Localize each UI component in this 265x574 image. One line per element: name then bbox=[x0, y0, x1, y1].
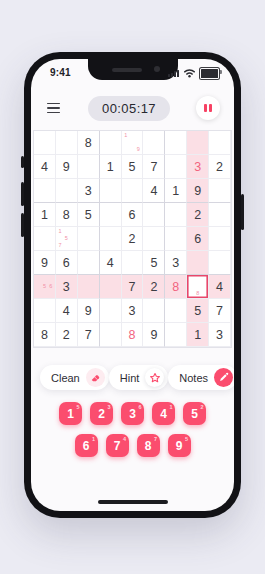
cell-digit: 5 bbox=[129, 160, 136, 174]
cell-digit: 2 bbox=[129, 232, 136, 246]
home-indicator[interactable] bbox=[98, 500, 168, 504]
cell-r2c4[interactable]: 1 bbox=[100, 155, 122, 179]
cell-digit: 5 bbox=[85, 208, 92, 222]
cell-r3c9[interactable] bbox=[209, 179, 231, 203]
game-header: 00:05:17 bbox=[31, 94, 234, 122]
cell-digit: 5 bbox=[150, 256, 157, 270]
cell-digit: 9 bbox=[63, 160, 70, 174]
app-screen: 9:41 00: bbox=[31, 59, 234, 511]
camera-dot bbox=[154, 66, 160, 72]
cell-r3c4[interactable] bbox=[100, 179, 122, 203]
numpad-button-7[interactable]: 74 bbox=[106, 434, 129, 457]
clean-button[interactable]: Clean bbox=[40, 365, 109, 390]
numpad-button-4[interactable]: 41 bbox=[152, 402, 175, 425]
cell-r9c3[interactable]: 7 bbox=[78, 323, 100, 347]
cell-r9c7[interactable] bbox=[165, 323, 187, 347]
pencil-notes: 157 bbox=[57, 228, 76, 249]
numpad-button-1[interactable]: 15 bbox=[59, 402, 82, 425]
pause-button[interactable] bbox=[196, 96, 220, 120]
cell-digit: 4 bbox=[107, 256, 114, 270]
numpad-row-2: 61748795 bbox=[31, 434, 234, 457]
cell-r1c1[interactable] bbox=[34, 131, 56, 155]
numpad-digit: 6 bbox=[83, 439, 90, 453]
cell-digit: 3 bbox=[63, 280, 70, 294]
numpad-button-3[interactable]: 36 bbox=[121, 402, 144, 425]
numpad-remaining-count: 4 bbox=[123, 436, 126, 442]
cell-r8c1[interactable] bbox=[34, 299, 56, 323]
cell-digit: 2 bbox=[194, 208, 201, 222]
cell-r7c1[interactable]: 56 bbox=[34, 275, 56, 299]
cell-r2c2[interactable]: 9 bbox=[56, 155, 78, 179]
numpad-digit: 4 bbox=[160, 407, 167, 421]
cell-r3c7[interactable]: 1 bbox=[165, 179, 187, 203]
cell-r2c8[interactable]: 3 bbox=[187, 155, 209, 179]
cell-digit: 6 bbox=[194, 232, 201, 246]
volume-up-button bbox=[21, 182, 24, 206]
cell-digit: 6 bbox=[63, 256, 70, 270]
mute-switch bbox=[21, 156, 24, 168]
hint-label: Hint bbox=[120, 372, 140, 384]
cell-r4c8[interactable]: 2 bbox=[187, 203, 209, 227]
cell-r8c5[interactable]: 3 bbox=[122, 299, 144, 323]
cell-r1c6[interactable] bbox=[143, 131, 165, 155]
numpad-button-8[interactable]: 87 bbox=[137, 434, 160, 457]
menu-button[interactable] bbox=[45, 101, 62, 116]
cell-r8c3[interactable]: 9 bbox=[78, 299, 100, 323]
cell-r6c1[interactable]: 9 bbox=[34, 251, 56, 275]
cell-digit: 5 bbox=[194, 304, 201, 318]
cell-r6c8[interactable] bbox=[187, 251, 209, 275]
cell-digit: 8 bbox=[172, 280, 179, 294]
cell-digit: 6 bbox=[129, 208, 136, 222]
cell-r4c9[interactable] bbox=[209, 203, 231, 227]
cell-digit: 3 bbox=[85, 184, 92, 198]
cell-digit: 7 bbox=[129, 280, 136, 294]
cell-r8c8[interactable]: 5 bbox=[187, 299, 209, 323]
cell-r7c2[interactable]: 3 bbox=[56, 275, 78, 299]
star-icon bbox=[145, 368, 164, 387]
cell-r4c7[interactable] bbox=[165, 203, 187, 227]
phone-frame: 9:41 00: bbox=[24, 52, 241, 518]
cell-r5c4[interactable] bbox=[100, 227, 122, 251]
cell-r1c4[interactable] bbox=[100, 131, 122, 155]
cell-r4c3[interactable]: 5 bbox=[78, 203, 100, 227]
sudoku-grid: 8194915732341918562157269645356372884493… bbox=[33, 130, 232, 348]
action-toolbar: Clean Hint Notes bbox=[31, 365, 234, 390]
cell-r9c4[interactable] bbox=[100, 323, 122, 347]
cell-r7c4[interactable] bbox=[100, 275, 122, 299]
volume-down-button bbox=[21, 213, 24, 237]
power-button bbox=[241, 194, 244, 230]
cell-digit: 2 bbox=[63, 328, 70, 342]
cell-digit: 3 bbox=[129, 304, 136, 318]
cell-r5c6[interactable] bbox=[143, 227, 165, 251]
cell-digit: 4 bbox=[41, 160, 48, 174]
cell-digit: 8 bbox=[41, 328, 48, 342]
cell-r2c1[interactable]: 4 bbox=[34, 155, 56, 179]
battery-icon bbox=[199, 67, 220, 80]
cell-r6c7[interactable]: 3 bbox=[165, 251, 187, 275]
cell-r7c6[interactable]: 2 bbox=[143, 275, 165, 299]
numpad-remaining-count: 5 bbox=[185, 436, 188, 442]
cell-r8c9[interactable]: 7 bbox=[209, 299, 231, 323]
cell-r6c9[interactable] bbox=[209, 251, 231, 275]
cell-digit: 7 bbox=[150, 160, 157, 174]
cell-r6c5[interactable] bbox=[122, 251, 144, 275]
cell-r8c2[interactable]: 4 bbox=[56, 299, 78, 323]
speaker-slot bbox=[112, 68, 142, 72]
cell-r2c7[interactable] bbox=[165, 155, 187, 179]
status-bar: 9:41 bbox=[31, 59, 234, 85]
notch bbox=[88, 59, 178, 80]
cell-r9c6[interactable]: 9 bbox=[143, 323, 165, 347]
cell-r6c3[interactable] bbox=[78, 251, 100, 275]
cell-digit: 9 bbox=[85, 304, 92, 318]
numpad-button-6[interactable]: 61 bbox=[75, 434, 98, 457]
cell-digit: 3 bbox=[216, 328, 223, 342]
clean-label: Clean bbox=[51, 372, 80, 384]
cell-r6c6[interactable]: 5 bbox=[143, 251, 165, 275]
cell-r5c8[interactable]: 6 bbox=[187, 227, 209, 251]
cell-r7c3[interactable] bbox=[78, 275, 100, 299]
cell-digit: 3 bbox=[172, 256, 179, 270]
cell-r1c9[interactable] bbox=[209, 131, 231, 155]
cell-r2c5[interactable]: 5 bbox=[122, 155, 144, 179]
cell-r9c8[interactable]: 1 bbox=[187, 323, 209, 347]
cell-r9c5[interactable]: 8 bbox=[122, 323, 144, 347]
eraser-icon bbox=[86, 368, 105, 387]
numpad-row-1: 1523364152 bbox=[31, 402, 234, 425]
cell-r3c1[interactable] bbox=[34, 179, 56, 203]
pencil-notes: 19 bbox=[123, 132, 142, 153]
pencil-notes: 8 bbox=[188, 276, 207, 297]
numpad-digit: 8 bbox=[145, 439, 152, 453]
numpad-digit: 2 bbox=[98, 407, 105, 421]
numpad-button-9[interactable]: 95 bbox=[168, 434, 191, 457]
cell-r4c5[interactable]: 6 bbox=[122, 203, 144, 227]
cell-r4c1[interactable]: 1 bbox=[34, 203, 56, 227]
numpad-digit: 1 bbox=[67, 407, 74, 421]
numpad-digit: 5 bbox=[191, 407, 198, 421]
cell-r3c3[interactable]: 3 bbox=[78, 179, 100, 203]
cell-digit: 8 bbox=[63, 208, 70, 222]
cell-r3c6[interactable]: 4 bbox=[143, 179, 165, 203]
cell-r3c8[interactable]: 9 bbox=[187, 179, 209, 203]
numpad-digit: 9 bbox=[176, 439, 183, 453]
cell-digit: 9 bbox=[41, 256, 48, 270]
cell-digit: 7 bbox=[216, 304, 223, 318]
cell-r8c6[interactable] bbox=[143, 299, 165, 323]
status-time: 9:41 bbox=[50, 67, 71, 78]
cell-r8c4[interactable] bbox=[100, 299, 122, 323]
cell-r7c7[interactable]: 8 bbox=[165, 275, 187, 299]
cell-r3c2[interactable] bbox=[56, 179, 78, 203]
cell-digit: 1 bbox=[194, 328, 201, 342]
cell-r7c9[interactable]: 4 bbox=[209, 275, 231, 299]
cell-r4c6[interactable] bbox=[143, 203, 165, 227]
cell-digit: 1 bbox=[172, 184, 179, 198]
cell-r5c9[interactable] bbox=[209, 227, 231, 251]
cellular-signal-icon bbox=[168, 69, 179, 77]
cell-r2c3[interactable] bbox=[78, 155, 100, 179]
cell-r2c9[interactable]: 2 bbox=[209, 155, 231, 179]
pencil-icon bbox=[214, 368, 233, 387]
cell-r1c7[interactable] bbox=[165, 131, 187, 155]
pause-icon bbox=[204, 104, 206, 112]
notes-button[interactable]: Notes bbox=[168, 365, 234, 390]
cell-digit: 3 bbox=[194, 160, 201, 174]
cell-digit: 2 bbox=[216, 160, 223, 174]
cell-r7c8[interactable]: 8 bbox=[187, 275, 209, 299]
cell-digit: 8 bbox=[85, 136, 92, 150]
wifi-icon bbox=[183, 68, 196, 78]
timer-display: 00:05:17 bbox=[88, 96, 170, 121]
number-pad: 1523364152 61748795 bbox=[31, 402, 234, 457]
cell-digit: 9 bbox=[150, 328, 157, 342]
cell-digit: 4 bbox=[150, 184, 157, 198]
cell-r1c5[interactable]: 19 bbox=[122, 131, 144, 155]
numpad-digit: 3 bbox=[129, 407, 136, 421]
cell-r8c7[interactable] bbox=[165, 299, 187, 323]
cell-digit: 7 bbox=[85, 328, 92, 342]
cell-r9c9[interactable]: 3 bbox=[209, 323, 231, 347]
notes-label: Notes bbox=[179, 372, 208, 384]
numpad-remaining-count: 3 bbox=[107, 404, 110, 410]
cell-r4c4[interactable] bbox=[100, 203, 122, 227]
numpad-digit: 7 bbox=[114, 439, 121, 453]
cell-r5c2[interactable]: 157 bbox=[56, 227, 78, 251]
cell-r6c4[interactable]: 4 bbox=[100, 251, 122, 275]
cell-digit: 9 bbox=[194, 184, 201, 198]
pause-icon bbox=[209, 104, 211, 112]
numpad-remaining-count: 7 bbox=[154, 436, 157, 442]
cell-r4c2[interactable]: 8 bbox=[56, 203, 78, 227]
cell-r3c5[interactable] bbox=[122, 179, 144, 203]
cell-r9c1[interactable]: 8 bbox=[34, 323, 56, 347]
cell-digit: 1 bbox=[107, 160, 114, 174]
cell-r7c5[interactable]: 7 bbox=[122, 275, 144, 299]
cell-r1c2[interactable] bbox=[56, 131, 78, 155]
cell-digit: 2 bbox=[150, 280, 157, 294]
numpad-remaining-count: 5 bbox=[76, 404, 79, 410]
cell-r1c8[interactable] bbox=[187, 131, 209, 155]
cell-r5c3[interactable] bbox=[78, 227, 100, 251]
numpad-remaining-count: 1 bbox=[169, 404, 172, 410]
cell-r5c1[interactable] bbox=[34, 227, 56, 251]
cell-r9c2[interactable]: 2 bbox=[56, 323, 78, 347]
cell-r5c7[interactable] bbox=[165, 227, 187, 251]
cell-r2c6[interactable]: 7 bbox=[143, 155, 165, 179]
cell-digit: 8 bbox=[129, 328, 136, 342]
hint-button[interactable]: Hint bbox=[109, 365, 169, 390]
numpad-remaining-count: 1 bbox=[92, 436, 95, 442]
cell-r6c2[interactable]: 6 bbox=[56, 251, 78, 275]
pencil-notes: 56 bbox=[35, 276, 54, 297]
cell-digit: 1 bbox=[41, 208, 48, 222]
cell-digit: 4 bbox=[216, 280, 223, 294]
cell-digit: 4 bbox=[63, 304, 70, 318]
numpad-remaining-count: 6 bbox=[138, 404, 141, 410]
numpad-button-5[interactable]: 52 bbox=[183, 402, 206, 425]
cell-r1c3[interactable]: 8 bbox=[78, 131, 100, 155]
cell-r5c5[interactable]: 2 bbox=[122, 227, 144, 251]
numpad-remaining-count: 2 bbox=[200, 404, 203, 410]
numpad-button-2[interactable]: 23 bbox=[90, 402, 113, 425]
